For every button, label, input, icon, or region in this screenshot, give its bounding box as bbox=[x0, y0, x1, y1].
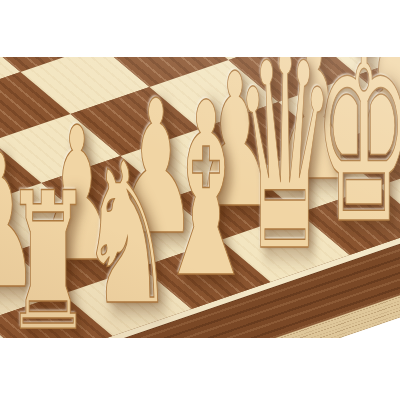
white-knight-b1: ♞ bbox=[79, 137, 175, 332]
white-margin-top bbox=[0, 0, 400, 57]
pieces-layer: ♜♞♝♛♚♟♟♟♟♟♟ bbox=[0, 57, 400, 338]
chessboard-photo: ♜♞♝♛♚♟♟♟♟♟♟ bbox=[0, 57, 400, 338]
white-rook-a1: ♜ bbox=[4, 168, 93, 338]
product-photo-canvas: ♜♞♝♛♚♟♟♟♟♟♟ bbox=[0, 0, 400, 400]
white-margin-bottom bbox=[0, 338, 400, 400]
